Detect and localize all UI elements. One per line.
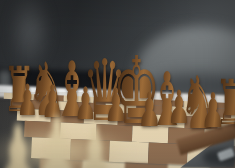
piece-black-pawn-e7: ♟ — [135, 86, 162, 133]
piece-white-pawn-c2: ♟ — [72, 117, 118, 168]
piece-black-pawn-f7: ♟ — [166, 84, 193, 130]
piece-black-pawn-g7: ♟ — [199, 86, 227, 134]
piece-black-pawn-h7: ♟ — [229, 86, 235, 134]
chess-tournament-photo: ♜♞♝♛♚♝♞♜♟♟♟♟♟♟♟♟♟♟♟ — [0, 0, 235, 168]
